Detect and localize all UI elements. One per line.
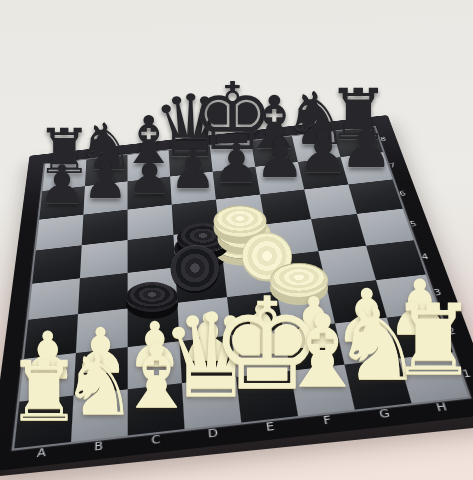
black-pawn-d7[interactable]: ♟ (169, 143, 217, 196)
black-pawn-c7[interactable]: ♟ (127, 150, 173, 201)
black-pawn-h7[interactable]: ♟ (340, 116, 394, 176)
black-pawn-a7[interactable]: ♟ (38, 158, 86, 211)
black-pawn-e7[interactable]: ♟ (212, 137, 260, 191)
black-pawn-b7[interactable]: ♟ (83, 155, 129, 206)
chess-set-photo: ABCDEFGH87654321 ♜♞♝♛♚♝♞♜♟♟♟♟♟♟♟♟♟♟♟♟♟♟♟… (0, 0, 473, 480)
white-rook-h1[interactable]: ♜ (390, 291, 473, 389)
square-b4[interactable] (78, 273, 128, 314)
white-checker-stack-e5-3[interactable] (213, 206, 266, 237)
square-b5[interactable] (80, 240, 128, 278)
